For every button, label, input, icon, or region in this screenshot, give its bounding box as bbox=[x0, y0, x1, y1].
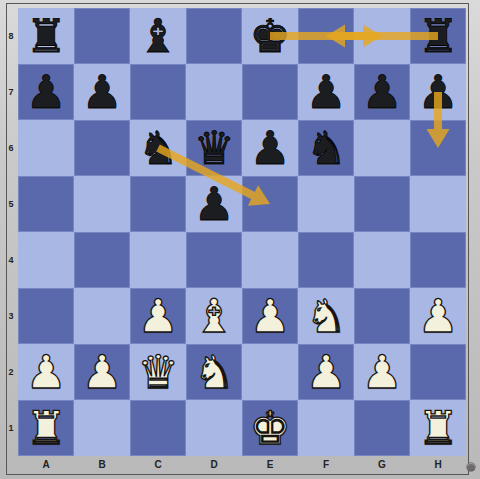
square-c8[interactable]: ♝ bbox=[130, 8, 186, 64]
square-d6[interactable]: ♛ bbox=[186, 120, 242, 176]
square-c2[interactable]: ♛ bbox=[130, 344, 186, 400]
square-b5[interactable] bbox=[74, 176, 130, 232]
square-g5[interactable] bbox=[354, 176, 410, 232]
file-label-d: D bbox=[186, 457, 242, 472]
square-e7[interactable] bbox=[242, 64, 298, 120]
square-a5[interactable] bbox=[18, 176, 74, 232]
rank-label-2: 2 bbox=[5, 344, 17, 400]
square-d1[interactable] bbox=[186, 400, 242, 456]
rank-label-6: 6 bbox=[5, 120, 17, 176]
square-g1[interactable] bbox=[354, 400, 410, 456]
file-label-g: G bbox=[354, 457, 410, 472]
piece-white-king[interactable]: ♚ bbox=[249, 400, 290, 456]
piece-black-bishop[interactable]: ♝ bbox=[137, 8, 178, 64]
square-h6[interactable] bbox=[410, 120, 466, 176]
rank-label-1: 1 bbox=[5, 400, 17, 456]
piece-black-pawn[interactable]: ♟ bbox=[417, 64, 458, 120]
rank-label-4: 4 bbox=[5, 232, 17, 288]
piece-white-knight[interactable]: ♞ bbox=[305, 288, 346, 344]
square-g4[interactable] bbox=[354, 232, 410, 288]
square-f6[interactable]: ♞ bbox=[298, 120, 354, 176]
piece-black-knight[interactable]: ♞ bbox=[137, 120, 178, 176]
square-a8[interactable]: ♜ bbox=[18, 8, 74, 64]
chess-board[interactable]: ♜♝♚♜♟♟♟♟♟♞♛♟♞♟♟♝♟♞♟♟♟♛♞♟♟♜♚♜ bbox=[18, 8, 466, 456]
square-b8[interactable] bbox=[74, 8, 130, 64]
file-label-c: C bbox=[130, 457, 186, 472]
piece-black-pawn[interactable]: ♟ bbox=[249, 120, 290, 176]
square-e5[interactable] bbox=[242, 176, 298, 232]
piece-white-pawn[interactable]: ♟ bbox=[249, 288, 290, 344]
file-labels: ABCDEFGH bbox=[18, 457, 466, 472]
square-d8[interactable] bbox=[186, 8, 242, 64]
piece-white-pawn[interactable]: ♟ bbox=[25, 344, 66, 400]
square-a2[interactable]: ♟ bbox=[18, 344, 74, 400]
piece-black-queen[interactable]: ♛ bbox=[193, 120, 234, 176]
piece-white-pawn[interactable]: ♟ bbox=[81, 344, 122, 400]
square-a3[interactable] bbox=[18, 288, 74, 344]
piece-white-rook[interactable]: ♜ bbox=[417, 400, 458, 456]
square-a6[interactable] bbox=[18, 120, 74, 176]
square-f4[interactable] bbox=[298, 232, 354, 288]
square-f1[interactable] bbox=[298, 400, 354, 456]
rank-labels: 87654321 bbox=[5, 8, 17, 456]
square-d7[interactable] bbox=[186, 64, 242, 120]
square-g6[interactable] bbox=[354, 120, 410, 176]
file-label-f: F bbox=[298, 457, 354, 472]
square-c1[interactable] bbox=[130, 400, 186, 456]
rank-label-3: 3 bbox=[5, 288, 17, 344]
piece-white-pawn[interactable]: ♟ bbox=[361, 344, 402, 400]
square-f2[interactable]: ♟ bbox=[298, 344, 354, 400]
square-a7[interactable]: ♟ bbox=[18, 64, 74, 120]
piece-black-pawn[interactable]: ♟ bbox=[193, 176, 234, 232]
square-a1[interactable]: ♜ bbox=[18, 400, 74, 456]
square-d3[interactable]: ♝ bbox=[186, 288, 242, 344]
square-d2[interactable]: ♞ bbox=[186, 344, 242, 400]
square-h4[interactable] bbox=[410, 232, 466, 288]
chess-app-window: 87654321 ♜♝♚♜♟♟♟♟♟♞♛♟♞♟♟♝♟♞♟♟♟♛♞♟♟♜♚♜ AB… bbox=[0, 0, 480, 479]
square-a4[interactable] bbox=[18, 232, 74, 288]
square-d4[interactable] bbox=[186, 232, 242, 288]
file-label-h: H bbox=[410, 457, 466, 472]
file-label-a: A bbox=[18, 457, 74, 472]
square-g2[interactable]: ♟ bbox=[354, 344, 410, 400]
rank-label-5: 5 bbox=[5, 176, 17, 232]
square-h3[interactable]: ♟ bbox=[410, 288, 466, 344]
file-label-e: E bbox=[242, 457, 298, 472]
square-b3[interactable] bbox=[74, 288, 130, 344]
square-f5[interactable] bbox=[298, 176, 354, 232]
rank-label-7: 7 bbox=[5, 64, 17, 120]
square-h7[interactable]: ♟ bbox=[410, 64, 466, 120]
square-h2[interactable] bbox=[410, 344, 466, 400]
square-e4[interactable] bbox=[242, 232, 298, 288]
piece-black-pawn[interactable]: ♟ bbox=[305, 64, 346, 120]
piece-black-knight[interactable]: ♞ bbox=[305, 120, 346, 176]
piece-white-pawn[interactable]: ♟ bbox=[137, 288, 178, 344]
square-g8[interactable] bbox=[354, 8, 410, 64]
square-f7[interactable]: ♟ bbox=[298, 64, 354, 120]
piece-white-knight[interactable]: ♞ bbox=[193, 344, 234, 400]
square-g3[interactable] bbox=[354, 288, 410, 344]
square-f8[interactable] bbox=[298, 8, 354, 64]
piece-black-pawn[interactable]: ♟ bbox=[361, 64, 402, 120]
square-b2[interactable]: ♟ bbox=[74, 344, 130, 400]
square-c7[interactable] bbox=[130, 64, 186, 120]
square-h8[interactable]: ♜ bbox=[410, 8, 466, 64]
square-h5[interactable] bbox=[410, 176, 466, 232]
square-c6[interactable]: ♞ bbox=[130, 120, 186, 176]
square-e2[interactable] bbox=[242, 344, 298, 400]
square-e1[interactable]: ♚ bbox=[242, 400, 298, 456]
piece-white-pawn[interactable]: ♟ bbox=[305, 344, 346, 400]
square-c5[interactable] bbox=[130, 176, 186, 232]
square-b7[interactable]: ♟ bbox=[74, 64, 130, 120]
square-c4[interactable] bbox=[130, 232, 186, 288]
piece-black-king[interactable]: ♚ bbox=[249, 8, 290, 64]
square-b1[interactable] bbox=[74, 400, 130, 456]
piece-black-rook[interactable]: ♜ bbox=[417, 8, 458, 64]
rank-label-8: 8 bbox=[5, 8, 17, 64]
piece-white-queen[interactable]: ♛ bbox=[137, 344, 178, 400]
piece-black-pawn[interactable]: ♟ bbox=[81, 64, 122, 120]
logo-dot-icon bbox=[467, 463, 475, 471]
file-label-b: B bbox=[74, 457, 130, 472]
square-g7[interactable]: ♟ bbox=[354, 64, 410, 120]
square-b6[interactable] bbox=[74, 120, 130, 176]
square-f3[interactable]: ♞ bbox=[298, 288, 354, 344]
piece-black-rook[interactable]: ♜ bbox=[25, 8, 66, 64]
square-b4[interactable] bbox=[74, 232, 130, 288]
piece-white-rook[interactable]: ♜ bbox=[25, 400, 66, 456]
square-d5[interactable]: ♟ bbox=[186, 176, 242, 232]
square-h1[interactable]: ♜ bbox=[410, 400, 466, 456]
square-e8[interactable]: ♚ bbox=[242, 8, 298, 64]
square-e3[interactable]: ♟ bbox=[242, 288, 298, 344]
piece-black-pawn[interactable]: ♟ bbox=[25, 64, 66, 120]
square-c3[interactable]: ♟ bbox=[130, 288, 186, 344]
square-e6[interactable]: ♟ bbox=[242, 120, 298, 176]
piece-white-pawn[interactable]: ♟ bbox=[417, 288, 458, 344]
piece-white-bishop[interactable]: ♝ bbox=[193, 288, 234, 344]
